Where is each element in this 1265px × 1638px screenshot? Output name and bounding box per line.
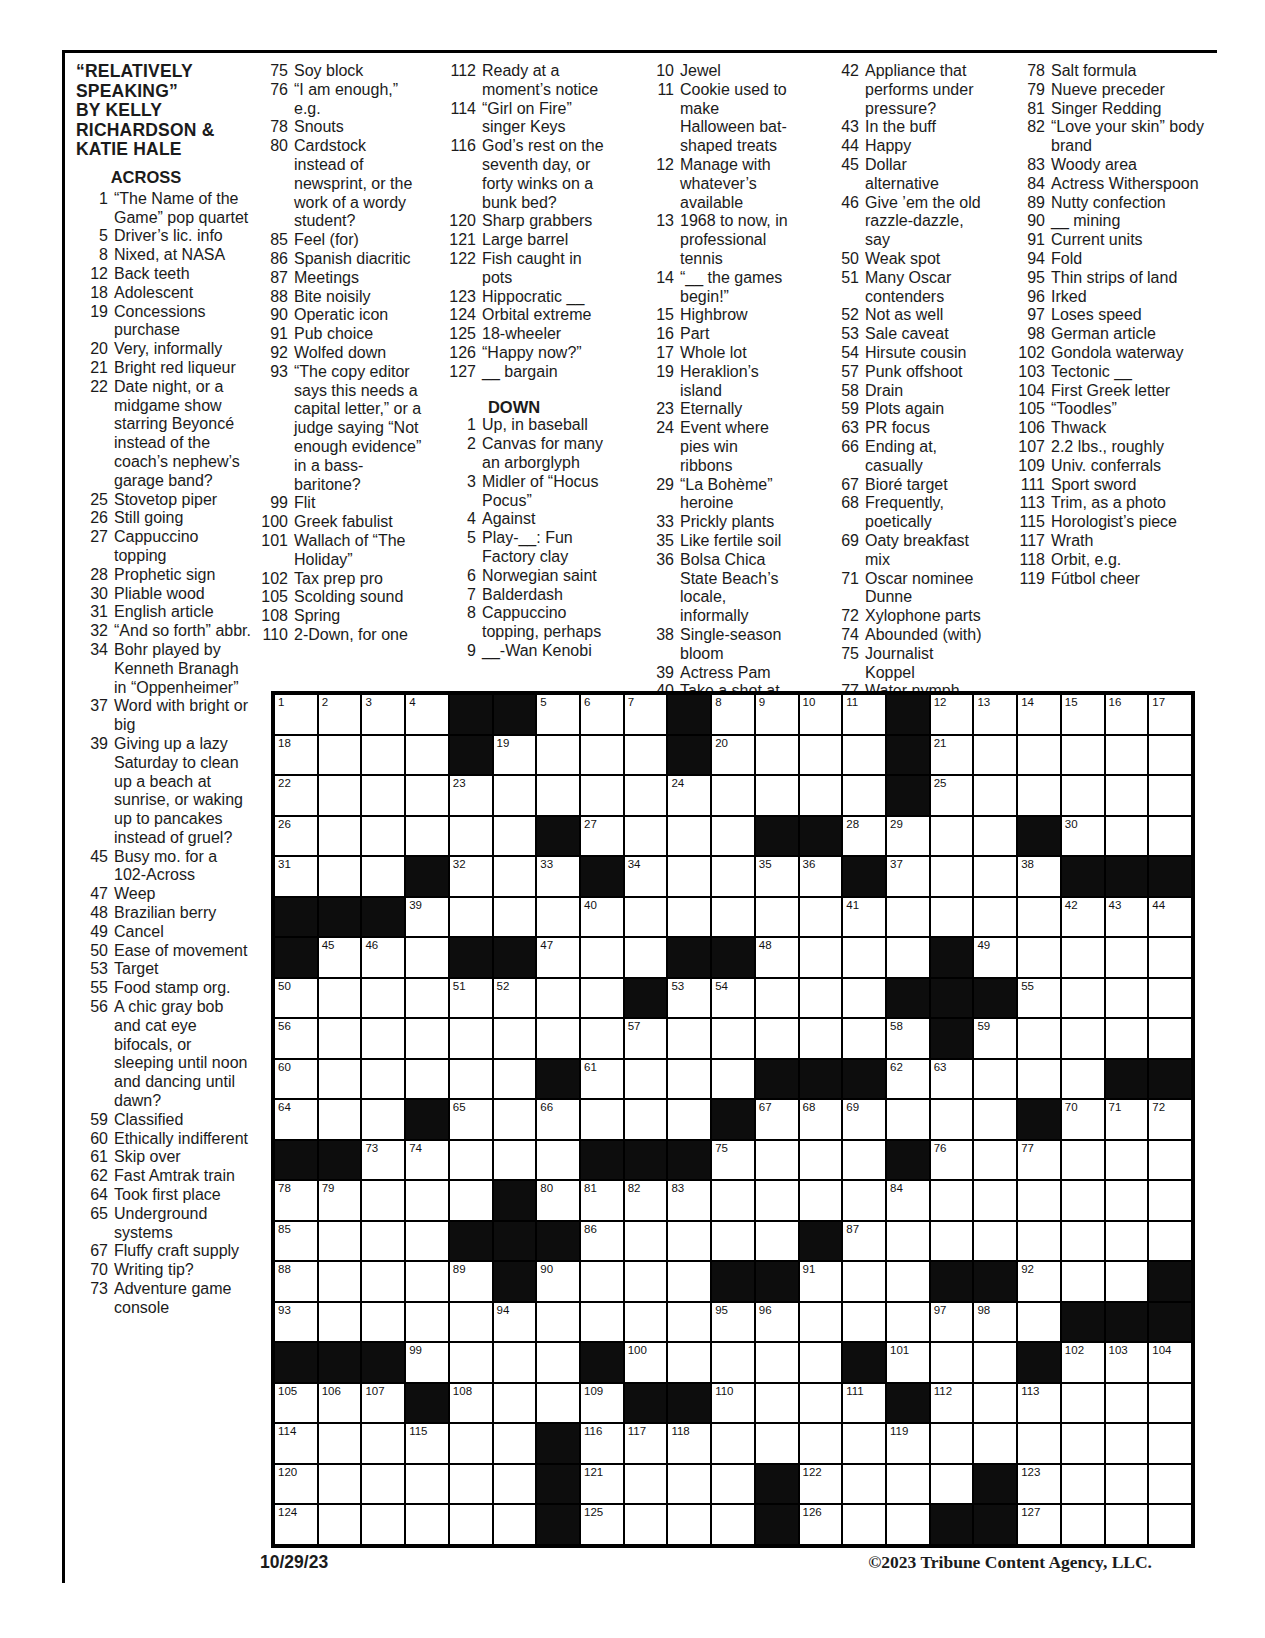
grid-cell[interactable] xyxy=(405,1464,449,1505)
grid-cell[interactable] xyxy=(667,1261,711,1302)
grid-cell[interactable] xyxy=(318,1302,362,1343)
grid-cell[interactable] xyxy=(449,1423,493,1464)
grid-cell[interactable] xyxy=(1061,978,1105,1019)
grid-cell[interactable] xyxy=(799,1018,843,1059)
grid-cell[interactable]: 69 xyxy=(842,1099,886,1140)
grid-cell[interactable] xyxy=(624,735,668,776)
grid-cell[interactable] xyxy=(493,1423,537,1464)
grid-cell[interactable] xyxy=(799,1180,843,1221)
grid-cell[interactable] xyxy=(1061,1423,1105,1464)
grid-cell[interactable] xyxy=(318,1423,362,1464)
grid-cell[interactable]: 36 xyxy=(799,856,843,897)
grid-cell[interactable] xyxy=(1105,735,1149,776)
grid-cell[interactable]: 40 xyxy=(580,897,624,938)
grid-cell[interactable] xyxy=(1105,1180,1149,1221)
grid-cell[interactable]: 19 xyxy=(493,735,537,776)
grid-cell[interactable]: 65 xyxy=(449,1099,493,1140)
grid-cell[interactable]: 109 xyxy=(580,1383,624,1424)
grid-cell[interactable] xyxy=(842,1140,886,1181)
grid-cell[interactable] xyxy=(1148,1383,1192,1424)
grid-cell[interactable]: 76 xyxy=(930,1140,974,1181)
grid-cell[interactable] xyxy=(1061,1383,1105,1424)
grid-cell[interactable] xyxy=(973,1180,1017,1221)
grid-cell[interactable] xyxy=(624,1261,668,1302)
grid-cell[interactable] xyxy=(799,1383,843,1424)
grid-cell[interactable] xyxy=(755,1342,799,1383)
grid-cell[interactable]: 84 xyxy=(886,1180,930,1221)
grid-cell[interactable]: 11 xyxy=(842,694,886,735)
grid-cell[interactable]: 31 xyxy=(274,856,318,897)
grid-cell[interactable]: 95 xyxy=(711,1302,755,1343)
grid-cell[interactable] xyxy=(493,1099,537,1140)
grid-cell[interactable] xyxy=(930,1423,974,1464)
grid-cell[interactable]: 23 xyxy=(449,775,493,816)
grid-cell[interactable] xyxy=(1148,978,1192,1019)
grid-cell[interactable] xyxy=(580,1099,624,1140)
grid-cell[interactable] xyxy=(361,1504,405,1545)
grid-cell[interactable] xyxy=(1105,775,1149,816)
grid-cell[interactable] xyxy=(405,1059,449,1100)
grid-cell[interactable] xyxy=(1061,1180,1105,1221)
grid-cell[interactable]: 41 xyxy=(842,897,886,938)
grid-cell[interactable] xyxy=(624,1302,668,1343)
grid-cell[interactable] xyxy=(361,816,405,857)
grid-cell[interactable] xyxy=(1061,1140,1105,1181)
grid-cell[interactable] xyxy=(711,775,755,816)
grid-cell[interactable] xyxy=(930,816,974,857)
grid-cell[interactable] xyxy=(1017,1059,1061,1100)
grid-cell[interactable] xyxy=(886,937,930,978)
grid-cell[interactable] xyxy=(973,775,1017,816)
grid-cell[interactable]: 57 xyxy=(624,1018,668,1059)
grid-cell[interactable]: 37 xyxy=(886,856,930,897)
grid-cell[interactable] xyxy=(493,1464,537,1505)
grid-cell[interactable] xyxy=(405,816,449,857)
grid-cell[interactable]: 111 xyxy=(842,1383,886,1424)
grid-cell[interactable] xyxy=(361,978,405,1019)
grid-cell[interactable] xyxy=(493,816,537,857)
grid-cell[interactable]: 86 xyxy=(580,1221,624,1262)
grid-cell[interactable] xyxy=(755,1180,799,1221)
grid-cell[interactable] xyxy=(1061,1261,1105,1302)
grid-cell[interactable] xyxy=(667,816,711,857)
grid-cell[interactable] xyxy=(711,1018,755,1059)
grid-cell[interactable]: 94 xyxy=(493,1302,537,1343)
grid-cell[interactable] xyxy=(361,1302,405,1343)
grid-cell[interactable]: 7 xyxy=(624,694,668,735)
grid-cell[interactable]: 54 xyxy=(711,978,755,1019)
grid-cell[interactable]: 75 xyxy=(711,1140,755,1181)
grid-cell[interactable] xyxy=(1148,1464,1192,1505)
grid-cell[interactable] xyxy=(493,1383,537,1424)
grid-cell[interactable] xyxy=(930,897,974,938)
grid-cell[interactable] xyxy=(405,775,449,816)
grid-cell[interactable] xyxy=(318,1464,362,1505)
grid-cell[interactable] xyxy=(624,1059,668,1100)
grid-cell[interactable] xyxy=(1017,1221,1061,1262)
grid-cell[interactable] xyxy=(667,1221,711,1262)
grid-cell[interactable] xyxy=(536,1302,580,1343)
grid-cell[interactable] xyxy=(361,1018,405,1059)
grid-cell[interactable]: 49 xyxy=(973,937,1017,978)
grid-cell[interactable] xyxy=(536,1383,580,1424)
grid-cell[interactable] xyxy=(667,856,711,897)
grid-cell[interactable] xyxy=(493,1342,537,1383)
grid-cell[interactable] xyxy=(1061,1059,1105,1100)
grid-cell[interactable]: 42 xyxy=(1061,897,1105,938)
grid-cell[interactable] xyxy=(361,1221,405,1262)
grid-cell[interactable] xyxy=(1061,1018,1105,1059)
grid-cell[interactable]: 83 xyxy=(667,1180,711,1221)
grid-cell[interactable] xyxy=(580,1018,624,1059)
grid-cell[interactable]: 24 xyxy=(667,775,711,816)
grid-cell[interactable] xyxy=(842,775,886,816)
grid-cell[interactable] xyxy=(580,978,624,1019)
grid-cell[interactable]: 92 xyxy=(1017,1261,1061,1302)
grid-cell[interactable] xyxy=(711,1342,755,1383)
grid-cell[interactable]: 89 xyxy=(449,1261,493,1302)
grid-cell[interactable] xyxy=(624,897,668,938)
grid-cell[interactable] xyxy=(886,1302,930,1343)
grid-cell[interactable] xyxy=(1017,1180,1061,1221)
grid-cell[interactable] xyxy=(842,1180,886,1221)
grid-cell[interactable] xyxy=(318,856,362,897)
grid-cell[interactable]: 27 xyxy=(580,816,624,857)
grid-cell[interactable] xyxy=(842,937,886,978)
grid-cell[interactable] xyxy=(667,1504,711,1545)
grid-cell[interactable] xyxy=(755,775,799,816)
grid-cell[interactable]: 103 xyxy=(1105,1342,1149,1383)
grid-cell[interactable]: 63 xyxy=(930,1059,974,1100)
grid-cell[interactable]: 67 xyxy=(755,1099,799,1140)
grid-cell[interactable]: 60 xyxy=(274,1059,318,1100)
grid-cell[interactable]: 85 xyxy=(274,1221,318,1262)
grid-cell[interactable]: 68 xyxy=(799,1099,843,1140)
grid-cell[interactable]: 121 xyxy=(580,1464,624,1505)
grid-cell[interactable] xyxy=(930,856,974,897)
grid-cell[interactable] xyxy=(842,735,886,776)
grid-cell[interactable] xyxy=(318,1099,362,1140)
grid-cell[interactable] xyxy=(361,1464,405,1505)
grid-cell[interactable]: 126 xyxy=(799,1504,843,1545)
grid-cell[interactable]: 123 xyxy=(1017,1464,1061,1505)
grid-cell[interactable] xyxy=(1105,1261,1149,1302)
grid-cell[interactable]: 81 xyxy=(580,1180,624,1221)
grid-cell[interactable] xyxy=(755,978,799,1019)
grid-cell[interactable]: 1 xyxy=(274,694,318,735)
grid-cell[interactable]: 26 xyxy=(274,816,318,857)
grid-cell[interactable]: 59 xyxy=(973,1018,1017,1059)
grid-cell[interactable]: 30 xyxy=(1061,816,1105,857)
grid-cell[interactable] xyxy=(973,1342,1017,1383)
grid-cell[interactable] xyxy=(755,1383,799,1424)
grid-cell[interactable] xyxy=(449,1059,493,1100)
grid-cell[interactable] xyxy=(405,1180,449,1221)
grid-cell[interactable] xyxy=(624,816,668,857)
grid-cell[interactable]: 2 xyxy=(318,694,362,735)
grid-cell[interactable] xyxy=(667,1342,711,1383)
grid-cell[interactable] xyxy=(580,937,624,978)
grid-cell[interactable] xyxy=(624,1221,668,1262)
grid-cell[interactable] xyxy=(493,1018,537,1059)
grid-cell[interactable] xyxy=(536,897,580,938)
grid-cell[interactable] xyxy=(799,775,843,816)
grid-cell[interactable] xyxy=(799,897,843,938)
grid-cell[interactable] xyxy=(711,1180,755,1221)
grid-cell[interactable]: 119 xyxy=(886,1423,930,1464)
grid-cell[interactable]: 9 xyxy=(755,694,799,735)
grid-cell[interactable]: 25 xyxy=(930,775,974,816)
grid-cell[interactable]: 62 xyxy=(886,1059,930,1100)
grid-cell[interactable] xyxy=(449,816,493,857)
grid-cell[interactable] xyxy=(842,1261,886,1302)
grid-cell[interactable] xyxy=(1148,735,1192,776)
grid-cell[interactable] xyxy=(930,1342,974,1383)
grid-cell[interactable] xyxy=(799,937,843,978)
grid-cell[interactable]: 93 xyxy=(274,1302,318,1343)
grid-cell[interactable]: 70 xyxy=(1061,1099,1105,1140)
grid-cell[interactable]: 22 xyxy=(274,775,318,816)
grid-cell[interactable] xyxy=(580,1261,624,1302)
grid-cell[interactable] xyxy=(405,1221,449,1262)
grid-cell[interactable] xyxy=(405,937,449,978)
grid-cell[interactable]: 71 xyxy=(1105,1099,1149,1140)
grid-cell[interactable]: 80 xyxy=(536,1180,580,1221)
grid-cell[interactable] xyxy=(711,1423,755,1464)
grid-cell[interactable] xyxy=(799,1342,843,1383)
grid-cell[interactable] xyxy=(361,775,405,816)
grid-cell[interactable] xyxy=(1061,735,1105,776)
grid-cell[interactable] xyxy=(1105,1383,1149,1424)
grid-cell[interactable] xyxy=(973,816,1017,857)
grid-cell[interactable] xyxy=(1148,1504,1192,1545)
grid-cell[interactable] xyxy=(536,978,580,1019)
grid-cell[interactable] xyxy=(842,1423,886,1464)
grid-cell[interactable] xyxy=(799,735,843,776)
grid-cell[interactable]: 117 xyxy=(624,1423,668,1464)
grid-cell[interactable]: 72 xyxy=(1148,1099,1192,1140)
grid-cell[interactable] xyxy=(973,1099,1017,1140)
grid-cell[interactable]: 34 xyxy=(624,856,668,897)
grid-cell[interactable]: 124 xyxy=(274,1504,318,1545)
grid-cell[interactable]: 114 xyxy=(274,1423,318,1464)
grid-cell[interactable]: 33 xyxy=(536,856,580,897)
grid-cell[interactable]: 51 xyxy=(449,978,493,1019)
grid-cell[interactable] xyxy=(536,1140,580,1181)
grid-cell[interactable] xyxy=(361,1180,405,1221)
grid-cell[interactable] xyxy=(1105,1464,1149,1505)
grid-cell[interactable]: 122 xyxy=(799,1464,843,1505)
grid-cell[interactable] xyxy=(493,1504,537,1545)
grid-cell[interactable] xyxy=(711,816,755,857)
grid-cell[interactable]: 21 xyxy=(930,735,974,776)
grid-cell[interactable] xyxy=(405,1504,449,1545)
grid-cell[interactable]: 88 xyxy=(274,1261,318,1302)
grid-cell[interactable] xyxy=(536,775,580,816)
grid-cell[interactable] xyxy=(842,1464,886,1505)
grid-cell[interactable] xyxy=(536,735,580,776)
grid-cell[interactable] xyxy=(580,735,624,776)
grid-cell[interactable] xyxy=(1148,816,1192,857)
grid-cell[interactable] xyxy=(799,1140,843,1181)
grid-cell[interactable] xyxy=(1017,1302,1061,1343)
grid-cell[interactable]: 58 xyxy=(886,1018,930,1059)
grid-cell[interactable] xyxy=(405,735,449,776)
grid-cell[interactable] xyxy=(580,1302,624,1343)
grid-cell[interactable] xyxy=(1105,978,1149,1019)
grid-cell[interactable] xyxy=(405,1302,449,1343)
grid-cell[interactable]: 108 xyxy=(449,1383,493,1424)
grid-cell[interactable] xyxy=(973,856,1017,897)
grid-cell[interactable] xyxy=(449,1140,493,1181)
grid-cell[interactable] xyxy=(580,775,624,816)
grid-cell[interactable] xyxy=(886,897,930,938)
grid-cell[interactable] xyxy=(449,1342,493,1383)
grid-cell[interactable] xyxy=(1017,937,1061,978)
grid-cell[interactable] xyxy=(799,1423,843,1464)
grid-cell[interactable]: 106 xyxy=(318,1383,362,1424)
grid-cell[interactable]: 82 xyxy=(624,1180,668,1221)
grid-cell[interactable] xyxy=(1105,1140,1149,1181)
grid-cell[interactable]: 102 xyxy=(1061,1342,1105,1383)
grid-cell[interactable]: 77 xyxy=(1017,1140,1061,1181)
grid-cell[interactable] xyxy=(624,1504,668,1545)
grid-cell[interactable] xyxy=(973,1423,1017,1464)
grid-cell[interactable]: 113 xyxy=(1017,1383,1061,1424)
grid-cell[interactable]: 14 xyxy=(1017,694,1061,735)
grid-cell[interactable] xyxy=(1061,1504,1105,1545)
grid-cell[interactable] xyxy=(1148,1018,1192,1059)
grid-cell[interactable] xyxy=(624,1099,668,1140)
grid-cell[interactable]: 55 xyxy=(1017,978,1061,1019)
grid-cell[interactable] xyxy=(536,1018,580,1059)
grid-cell[interactable]: 74 xyxy=(405,1140,449,1181)
grid-cell[interactable] xyxy=(711,1504,755,1545)
grid-cell[interactable] xyxy=(1148,1180,1192,1221)
grid-cell[interactable]: 15 xyxy=(1061,694,1105,735)
grid-cell[interactable]: 118 xyxy=(667,1423,711,1464)
grid-cell[interactable] xyxy=(318,735,362,776)
grid-cell[interactable]: 5 xyxy=(536,694,580,735)
grid-cell[interactable] xyxy=(1105,937,1149,978)
grid-cell[interactable] xyxy=(667,1018,711,1059)
grid-cell[interactable] xyxy=(318,1221,362,1262)
grid-cell[interactable] xyxy=(493,897,537,938)
grid-cell[interactable] xyxy=(361,1261,405,1302)
grid-cell[interactable] xyxy=(449,1464,493,1505)
grid-cell[interactable]: 97 xyxy=(930,1302,974,1343)
grid-cell[interactable] xyxy=(1061,937,1105,978)
grid-cell[interactable] xyxy=(886,1464,930,1505)
grid-cell[interactable] xyxy=(755,897,799,938)
grid-cell[interactable] xyxy=(1105,1504,1149,1545)
grid-cell[interactable] xyxy=(449,1302,493,1343)
grid-cell[interactable] xyxy=(1017,775,1061,816)
grid-cell[interactable] xyxy=(1017,1423,1061,1464)
grid-cell[interactable]: 16 xyxy=(1105,694,1149,735)
grid-cell[interactable] xyxy=(1061,775,1105,816)
grid-cell[interactable]: 4 xyxy=(405,694,449,735)
grid-cell[interactable] xyxy=(493,1140,537,1181)
grid-cell[interactable] xyxy=(405,1018,449,1059)
grid-cell[interactable] xyxy=(886,1504,930,1545)
grid-cell[interactable]: 43 xyxy=(1105,897,1149,938)
grid-cell[interactable] xyxy=(973,1383,1017,1424)
grid-cell[interactable]: 32 xyxy=(449,856,493,897)
grid-cell[interactable] xyxy=(667,1099,711,1140)
grid-cell[interactable]: 125 xyxy=(580,1504,624,1545)
grid-cell[interactable]: 8 xyxy=(711,694,755,735)
grid-cell[interactable]: 100 xyxy=(624,1342,668,1383)
grid-cell[interactable]: 99 xyxy=(405,1342,449,1383)
grid-cell[interactable]: 79 xyxy=(318,1180,362,1221)
grid-cell[interactable]: 13 xyxy=(973,694,1017,735)
grid-cell[interactable]: 112 xyxy=(930,1383,974,1424)
grid-cell[interactable]: 101 xyxy=(886,1342,930,1383)
grid-cell[interactable]: 115 xyxy=(405,1423,449,1464)
grid-cell[interactable]: 38 xyxy=(1017,856,1061,897)
grid-cell[interactable] xyxy=(1105,1423,1149,1464)
grid-cell[interactable]: 29 xyxy=(886,816,930,857)
grid-cell[interactable] xyxy=(886,1221,930,1262)
grid-cell[interactable]: 17 xyxy=(1148,694,1192,735)
grid-cell[interactable] xyxy=(449,1018,493,1059)
grid-cell[interactable]: 91 xyxy=(799,1261,843,1302)
grid-cell[interactable] xyxy=(1148,775,1192,816)
grid-cell[interactable]: 110 xyxy=(711,1383,755,1424)
grid-cell[interactable]: 10 xyxy=(799,694,843,735)
grid-cell[interactable] xyxy=(449,897,493,938)
grid-cell[interactable]: 127 xyxy=(1017,1504,1061,1545)
grid-cell[interactable] xyxy=(361,856,405,897)
grid-cell[interactable] xyxy=(667,897,711,938)
grid-cell[interactable]: 6 xyxy=(580,694,624,735)
grid-cell[interactable]: 116 xyxy=(580,1423,624,1464)
grid-cell[interactable]: 98 xyxy=(973,1302,1017,1343)
grid-cell[interactable] xyxy=(755,735,799,776)
grid-cell[interactable]: 46 xyxy=(361,937,405,978)
grid-cell[interactable] xyxy=(1061,1221,1105,1262)
grid-cell[interactable] xyxy=(1148,1221,1192,1262)
grid-cell[interactable]: 20 xyxy=(711,735,755,776)
grid-cell[interactable] xyxy=(624,1464,668,1505)
grid-cell[interactable]: 105 xyxy=(274,1383,318,1424)
grid-cell[interactable] xyxy=(755,1018,799,1059)
grid-cell[interactable]: 64 xyxy=(274,1099,318,1140)
grid-cell[interactable] xyxy=(930,1464,974,1505)
grid-cell[interactable] xyxy=(361,1423,405,1464)
grid-cell[interactable] xyxy=(973,1140,1017,1181)
grid-cell[interactable] xyxy=(930,1221,974,1262)
grid-cell[interactable]: 78 xyxy=(274,1180,318,1221)
grid-cell[interactable] xyxy=(318,1018,362,1059)
grid-cell[interactable] xyxy=(493,1059,537,1100)
grid-cell[interactable] xyxy=(405,978,449,1019)
grid-cell[interactable] xyxy=(449,1504,493,1545)
grid-cell[interactable] xyxy=(930,1180,974,1221)
grid-cell[interactable] xyxy=(624,775,668,816)
grid-cell[interactable]: 120 xyxy=(274,1464,318,1505)
grid-cell[interactable] xyxy=(449,1180,493,1221)
grid-cell[interactable] xyxy=(318,775,362,816)
grid-cell[interactable] xyxy=(1061,1464,1105,1505)
grid-cell[interactable] xyxy=(667,1059,711,1100)
grid-cell[interactable] xyxy=(536,1342,580,1383)
grid-cell[interactable]: 66 xyxy=(536,1099,580,1140)
grid-cell[interactable] xyxy=(318,1261,362,1302)
grid-cell[interactable]: 47 xyxy=(536,937,580,978)
grid-cell[interactable]: 107 xyxy=(361,1383,405,1424)
